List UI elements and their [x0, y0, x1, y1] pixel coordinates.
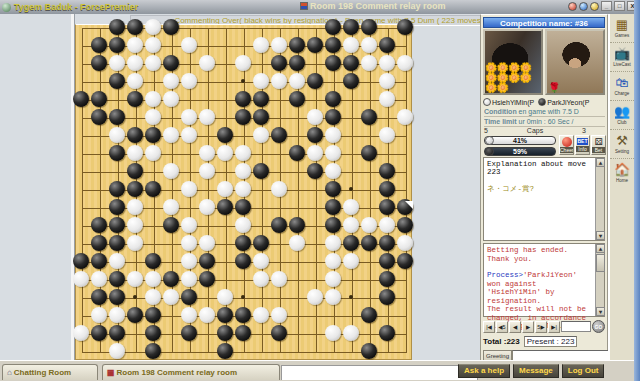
board-point[interactable] — [162, 108, 180, 126]
board-point[interactable] — [252, 90, 270, 108]
board-point[interactable] — [342, 342, 360, 360]
board-point[interactable] — [180, 252, 198, 270]
board-point[interactable] — [216, 162, 234, 180]
board-point[interactable] — [126, 126, 144, 144]
board-point[interactable] — [342, 90, 360, 108]
board-point[interactable] — [108, 198, 126, 216]
board-point[interactable] — [270, 90, 288, 108]
board-point[interactable] — [234, 36, 252, 54]
board-point[interactable] — [324, 198, 342, 216]
board-point[interactable] — [126, 306, 144, 324]
board-point[interactable] — [126, 270, 144, 288]
board-point[interactable] — [360, 270, 378, 288]
board-point[interactable] — [72, 216, 90, 234]
toolbar-home-button[interactable]: 🏠 Home — [610, 162, 634, 188]
board-point[interactable] — [270, 18, 288, 36]
board-point[interactable] — [342, 252, 360, 270]
board-point[interactable] — [270, 162, 288, 180]
scroll-thumb[interactable] — [596, 254, 605, 272]
board-point[interactable] — [270, 144, 288, 162]
board-point[interactable] — [108, 72, 126, 90]
board-point[interactable] — [108, 270, 126, 288]
board-point[interactable] — [90, 162, 108, 180]
board-point[interactable] — [396, 252, 414, 270]
board-point[interactable] — [90, 216, 108, 234]
board-point[interactable] — [252, 126, 270, 144]
board-point[interactable] — [90, 90, 108, 108]
board-point[interactable] — [360, 342, 378, 360]
board-point[interactable] — [324, 90, 342, 108]
board-point[interactable] — [162, 144, 180, 162]
toolbar-livecast-button[interactable]: 📺 LiveCast — [610, 46, 634, 72]
board-point[interactable] — [216, 90, 234, 108]
board-point[interactable] — [288, 324, 306, 342]
board-point[interactable] — [162, 324, 180, 342]
board-point[interactable] — [126, 234, 144, 252]
board-point[interactable] — [306, 324, 324, 342]
board-point[interactable] — [342, 180, 360, 198]
board-point[interactable] — [288, 234, 306, 252]
board-point[interactable] — [342, 324, 360, 342]
board-point[interactable] — [180, 288, 198, 306]
board-point[interactable] — [90, 252, 108, 270]
board-point[interactable] — [378, 126, 396, 144]
nav-forward5-button[interactable]: 5▶ — [535, 321, 547, 333]
board-point[interactable] — [216, 108, 234, 126]
board-point[interactable] — [126, 108, 144, 126]
board-point[interactable] — [288, 342, 306, 360]
board-point[interactable] — [198, 162, 216, 180]
board-point[interactable] — [270, 234, 288, 252]
board-point[interactable] — [162, 342, 180, 360]
nav-last-button[interactable]: ▶| — [548, 321, 560, 333]
board-point[interactable] — [72, 18, 90, 36]
board-point[interactable] — [144, 36, 162, 54]
board-point[interactable] — [144, 252, 162, 270]
board-point[interactable] — [360, 252, 378, 270]
board-point[interactable] — [72, 306, 90, 324]
bet-button[interactable]: ⚄ Bet — [591, 135, 606, 155]
board-point[interactable] — [72, 54, 90, 72]
board-point[interactable] — [234, 252, 252, 270]
board-point[interactable] — [144, 234, 162, 252]
board-point[interactable] — [234, 234, 252, 252]
board-point[interactable] — [108, 306, 126, 324]
betting-scrollbar[interactable]: ▲ ▼ — [595, 244, 604, 316]
board-point[interactable] — [108, 162, 126, 180]
board-point[interactable] — [252, 54, 270, 72]
move-number-input[interactable] — [561, 321, 591, 332]
board-point[interactable] — [126, 162, 144, 180]
black-bet-bar[interactable]: 59% — [484, 147, 556, 156]
board-point[interactable] — [396, 306, 414, 324]
board-point[interactable] — [324, 342, 342, 360]
board-point[interactable] — [324, 252, 342, 270]
board-point[interactable] — [90, 198, 108, 216]
board-point[interactable] — [216, 18, 234, 36]
board-point[interactable] — [396, 324, 414, 342]
board-point[interactable] — [306, 126, 324, 144]
board-point[interactable] — [342, 198, 360, 216]
board-point[interactable] — [162, 252, 180, 270]
board-point[interactable] — [216, 180, 234, 198]
board-point[interactable] — [306, 18, 324, 36]
board-point[interactable] — [72, 342, 90, 360]
board-point[interactable] — [198, 234, 216, 252]
board-point[interactable] — [198, 36, 216, 54]
minimize-button[interactable]: _ — [601, 1, 612, 11]
board-point[interactable] — [216, 324, 234, 342]
board-point[interactable] — [234, 18, 252, 36]
board-point[interactable] — [162, 306, 180, 324]
board-point[interactable] — [126, 252, 144, 270]
hotkey-icon[interactable] — [568, 2, 577, 11]
board-point[interactable] — [396, 90, 414, 108]
board-point[interactable] — [234, 72, 252, 90]
board-point[interactable] — [342, 216, 360, 234]
board-point[interactable] — [126, 90, 144, 108]
board-point[interactable] — [306, 252, 324, 270]
board-point[interactable] — [288, 216, 306, 234]
toolbar-games-button[interactable]: ▦ Games — [610, 17, 634, 43]
board-point[interactable] — [234, 288, 252, 306]
board-point[interactable] — [72, 198, 90, 216]
board-point[interactable] — [108, 144, 126, 162]
board-point[interactable] — [234, 54, 252, 72]
board-point[interactable] — [144, 18, 162, 36]
board-point[interactable] — [252, 144, 270, 162]
board-point[interactable] — [198, 306, 216, 324]
board-point[interactable] — [180, 36, 198, 54]
board-point[interactable] — [270, 126, 288, 144]
board-point[interactable] — [108, 252, 126, 270]
board-point[interactable] — [162, 72, 180, 90]
board-point[interactable] — [324, 18, 342, 36]
board-point[interactable] — [234, 342, 252, 360]
board-point[interactable] — [90, 270, 108, 288]
board-point[interactable] — [108, 342, 126, 360]
board-point[interactable] — [216, 306, 234, 324]
board-point[interactable] — [108, 324, 126, 342]
board-point[interactable] — [252, 252, 270, 270]
board-point[interactable] — [216, 216, 234, 234]
board-point[interactable] — [306, 72, 324, 90]
board-point[interactable] — [198, 342, 216, 360]
board-point[interactable] — [126, 36, 144, 54]
scroll-down-icon[interactable]: ▼ — [596, 307, 605, 316]
board-point[interactable] — [216, 198, 234, 216]
board-point[interactable] — [288, 144, 306, 162]
board-point[interactable] — [180, 18, 198, 36]
board-point[interactable] — [252, 234, 270, 252]
board-point[interactable] — [396, 270, 414, 288]
board-point[interactable] — [270, 324, 288, 342]
board-point[interactable] — [324, 180, 342, 198]
board-point[interactable] — [378, 324, 396, 342]
board-point[interactable] — [324, 270, 342, 288]
board-point[interactable] — [360, 126, 378, 144]
board-point[interactable] — [306, 198, 324, 216]
board-point[interactable] — [288, 36, 306, 54]
title-bar[interactable]: Tygem Baduk - ForcePremier Room 198 Comm… — [0, 0, 640, 14]
board-point[interactable] — [252, 180, 270, 198]
black-bar-knob[interactable] — [485, 147, 494, 156]
board-point[interactable] — [234, 108, 252, 126]
board-point[interactable] — [360, 198, 378, 216]
board-point[interactable] — [306, 288, 324, 306]
board-point[interactable] — [180, 324, 198, 342]
board-point[interactable] — [270, 216, 288, 234]
board-point[interactable] — [180, 54, 198, 72]
board-point[interactable] — [288, 180, 306, 198]
board-point[interactable] — [198, 252, 216, 270]
board-point[interactable] — [360, 180, 378, 198]
board-point[interactable] — [72, 270, 90, 288]
board-point[interactable] — [90, 54, 108, 72]
board-point[interactable] — [342, 36, 360, 54]
board-point[interactable] — [144, 144, 162, 162]
toolbar-club-button[interactable]: 👥 Club — [610, 104, 634, 130]
white-player-name[interactable]: HsiehYiMin(P — [492, 99, 534, 106]
board-point[interactable] — [144, 162, 162, 180]
board-point[interactable] — [72, 288, 90, 306]
board-point[interactable] — [270, 342, 288, 360]
bet-info-button[interactable]: BET Info — [575, 135, 590, 155]
board-point[interactable] — [288, 288, 306, 306]
board-point[interactable] — [360, 144, 378, 162]
board-point[interactable] — [234, 144, 252, 162]
board-point[interactable] — [252, 216, 270, 234]
board-point[interactable] — [342, 18, 360, 36]
board-point[interactable] — [144, 198, 162, 216]
board-point[interactable] — [252, 18, 270, 36]
board-point[interactable] — [378, 180, 396, 198]
messenger-icon[interactable] — [579, 2, 588, 11]
board-point[interactable] — [198, 126, 216, 144]
board-point[interactable] — [234, 324, 252, 342]
board-point[interactable] — [342, 288, 360, 306]
board-point[interactable] — [108, 18, 126, 36]
board-point[interactable] — [90, 324, 108, 342]
board-point[interactable] — [162, 36, 180, 54]
go-board[interactable] — [75, 24, 412, 360]
board-point[interactable] — [378, 90, 396, 108]
board-point[interactable] — [360, 108, 378, 126]
board-point[interactable] — [306, 54, 324, 72]
board-point[interactable] — [90, 234, 108, 252]
board-point[interactable] — [252, 72, 270, 90]
board-point[interactable] — [252, 288, 270, 306]
maximize-button[interactable]: □ — [614, 1, 625, 11]
board-point[interactable] — [180, 90, 198, 108]
board-point[interactable] — [306, 108, 324, 126]
board-point[interactable] — [72, 144, 90, 162]
board-point[interactable] — [126, 198, 144, 216]
board-point[interactable] — [396, 288, 414, 306]
board-point[interactable] — [234, 198, 252, 216]
board-point[interactable] — [306, 234, 324, 252]
board-point[interactable] — [180, 270, 198, 288]
webcam-white-player[interactable]: 🌼🌼🌼🌼🌼🌼🌼🌼🌼🌼 — [483, 29, 543, 95]
board-point[interactable] — [180, 216, 198, 234]
board-point[interactable] — [378, 270, 396, 288]
board-point[interactable] — [396, 180, 414, 198]
board-point[interactable] — [126, 72, 144, 90]
board-point[interactable] — [162, 216, 180, 234]
board-point[interactable] — [144, 270, 162, 288]
board-point[interactable] — [234, 180, 252, 198]
board-point[interactable] — [126, 324, 144, 342]
board-point[interactable] — [126, 144, 144, 162]
board-point[interactable] — [324, 144, 342, 162]
board-point[interactable] — [180, 72, 198, 90]
board-point[interactable] — [378, 306, 396, 324]
board-point[interactable] — [360, 234, 378, 252]
board-point[interactable] — [378, 342, 396, 360]
board-point[interactable] — [126, 180, 144, 198]
board-point[interactable] — [144, 180, 162, 198]
board-point[interactable] — [216, 342, 234, 360]
board-point[interactable] — [162, 288, 180, 306]
board-point[interactable] — [216, 126, 234, 144]
logout-button[interactable]: Log Out — [562, 364, 605, 378]
board-point[interactable] — [396, 198, 414, 216]
board-point[interactable] — [270, 180, 288, 198]
nav-first-button[interactable]: |◀ — [483, 321, 495, 333]
board-point[interactable] — [378, 54, 396, 72]
board-point[interactable] — [162, 270, 180, 288]
board-point[interactable] — [306, 270, 324, 288]
board-point[interactable] — [396, 18, 414, 36]
board-point[interactable] — [342, 108, 360, 126]
board-point[interactable] — [198, 180, 216, 198]
board-point[interactable] — [198, 324, 216, 342]
nav-back5-button[interactable]: ◀5 — [496, 321, 508, 333]
board-point[interactable] — [378, 18, 396, 36]
board-point[interactable] — [252, 342, 270, 360]
board-point[interactable] — [288, 18, 306, 36]
board-point[interactable] — [324, 72, 342, 90]
board-point[interactable] — [342, 54, 360, 72]
board-point[interactable] — [108, 36, 126, 54]
board-point[interactable] — [324, 324, 342, 342]
board-point[interactable] — [306, 162, 324, 180]
board-point[interactable] — [108, 288, 126, 306]
board-point[interactable] — [72, 90, 90, 108]
go-board-grid[interactable] — [72, 18, 414, 360]
board-point[interactable] — [306, 216, 324, 234]
board-point[interactable] — [198, 108, 216, 126]
board-point[interactable] — [216, 72, 234, 90]
board-point[interactable] — [72, 162, 90, 180]
board-point[interactable] — [180, 198, 198, 216]
board-point[interactable] — [252, 162, 270, 180]
board-point[interactable] — [180, 108, 198, 126]
board-point[interactable] — [180, 126, 198, 144]
board-point[interactable] — [270, 54, 288, 72]
board-point[interactable] — [252, 108, 270, 126]
board-point[interactable] — [72, 108, 90, 126]
board-point[interactable] — [198, 270, 216, 288]
board-point[interactable] — [342, 234, 360, 252]
board-point[interactable] — [306, 90, 324, 108]
board-point[interactable] — [288, 306, 306, 324]
board-point[interactable] — [324, 36, 342, 54]
board-point[interactable] — [288, 270, 306, 288]
board-point[interactable] — [108, 180, 126, 198]
board-point[interactable] — [90, 108, 108, 126]
board-point[interactable] — [90, 72, 108, 90]
board-point[interactable] — [396, 144, 414, 162]
board-point[interactable] — [288, 198, 306, 216]
board-point[interactable] — [378, 108, 396, 126]
scroll-up-icon[interactable]: ▲ — [596, 244, 605, 253]
board-point[interactable] — [180, 306, 198, 324]
board-point[interactable] — [342, 126, 360, 144]
board-point[interactable] — [396, 54, 414, 72]
board-point[interactable] — [90, 36, 108, 54]
nav-back-button[interactable]: ◀ — [509, 321, 521, 333]
board-point[interactable] — [360, 216, 378, 234]
explanation-scrollbar[interactable]: ▲ ▼ — [595, 158, 604, 240]
board-point[interactable] — [108, 234, 126, 252]
board-point[interactable] — [144, 90, 162, 108]
go-button[interactable]: GO — [592, 320, 605, 333]
board-point[interactable] — [252, 198, 270, 216]
board-point[interactable] — [198, 18, 216, 36]
board-point[interactable] — [360, 288, 378, 306]
board-point[interactable] — [252, 306, 270, 324]
board-point[interactable] — [270, 306, 288, 324]
board-point[interactable] — [324, 108, 342, 126]
board-point[interactable] — [342, 306, 360, 324]
board-point[interactable] — [144, 288, 162, 306]
board-point[interactable] — [144, 306, 162, 324]
board-point[interactable] — [90, 306, 108, 324]
board-point[interactable] — [288, 126, 306, 144]
board-point[interactable] — [324, 126, 342, 144]
board-point[interactable] — [360, 90, 378, 108]
board-point[interactable] — [306, 144, 324, 162]
board-point[interactable] — [270, 270, 288, 288]
board-point[interactable] — [252, 270, 270, 288]
white-bet-bar[interactable]: 41% — [484, 136, 556, 145]
white-bar-knob[interactable] — [485, 136, 494, 145]
board-point[interactable] — [90, 18, 108, 36]
board-point[interactable] — [396, 108, 414, 126]
board-point[interactable] — [396, 126, 414, 144]
board-point[interactable] — [342, 162, 360, 180]
board-point[interactable] — [360, 18, 378, 36]
board-point[interactable] — [288, 90, 306, 108]
board-point[interactable] — [306, 306, 324, 324]
board-point[interactable] — [378, 36, 396, 54]
board-point[interactable] — [144, 54, 162, 72]
webcam-black-player[interactable]: 🌹 — [545, 29, 605, 95]
board-point[interactable] — [216, 54, 234, 72]
board-point[interactable] — [198, 288, 216, 306]
board-point[interactable] — [108, 126, 126, 144]
board-point[interactable] — [306, 180, 324, 198]
board-point[interactable] — [270, 108, 288, 126]
cheer-button[interactable]: Cheer — [559, 135, 574, 155]
board-point[interactable] — [198, 144, 216, 162]
board-point[interactable] — [198, 216, 216, 234]
board-point[interactable] — [126, 18, 144, 36]
board-point[interactable] — [180, 342, 198, 360]
board-point[interactable] — [162, 18, 180, 36]
board-point[interactable] — [306, 342, 324, 360]
